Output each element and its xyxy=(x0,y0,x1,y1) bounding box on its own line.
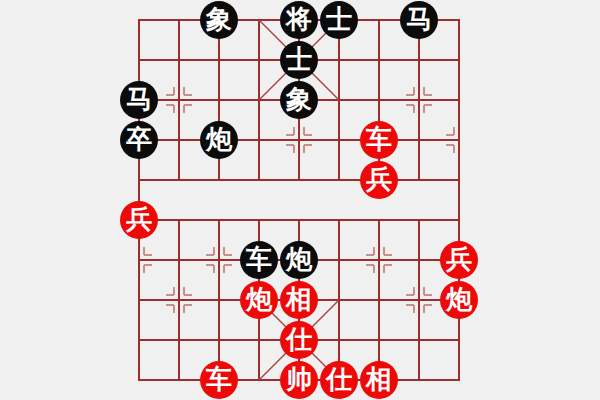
piece-black-advisor[interactable]: 士 xyxy=(320,1,358,39)
piece-red-cannon[interactable]: 炮 xyxy=(440,281,478,319)
piece-red-advisor[interactable]: 仕 xyxy=(280,321,318,359)
piece-black-soldier[interactable]: 卒 xyxy=(120,121,158,159)
piece-red-chariot[interactable]: 车 xyxy=(200,361,238,399)
piece-black-horse[interactable]: 马 xyxy=(400,1,438,39)
piece-red-general[interactable]: 帅 xyxy=(280,361,318,399)
piece-red-advisor[interactable]: 仕 xyxy=(320,361,358,399)
xiangqi-board-screenshot: 象将士马士马象卒炮车兵兵车炮兵炮相炮仕车帅仕相 xyxy=(0,0,600,400)
piece-red-cannon[interactable]: 炮 xyxy=(240,281,278,319)
piece-black-chariot[interactable]: 车 xyxy=(240,241,278,279)
piece-black-horse[interactable]: 马 xyxy=(120,81,158,119)
piece-red-elephant[interactable]: 相 xyxy=(280,281,318,319)
piece-black-elephant[interactable]: 象 xyxy=(280,81,318,119)
piece-red-chariot[interactable]: 车 xyxy=(360,121,398,159)
piece-red-elephant[interactable]: 相 xyxy=(360,361,398,399)
piece-red-soldier[interactable]: 兵 xyxy=(440,241,478,279)
piece-black-cannon[interactable]: 炮 xyxy=(200,121,238,159)
piece-black-cannon[interactable]: 炮 xyxy=(280,241,318,279)
piece-red-soldier[interactable]: 兵 xyxy=(120,201,158,239)
piece-red-soldier[interactable]: 兵 xyxy=(360,161,398,199)
piece-black-general[interactable]: 将 xyxy=(280,1,318,39)
piece-black-advisor[interactable]: 士 xyxy=(280,41,318,79)
piece-black-elephant[interactable]: 象 xyxy=(200,1,238,39)
